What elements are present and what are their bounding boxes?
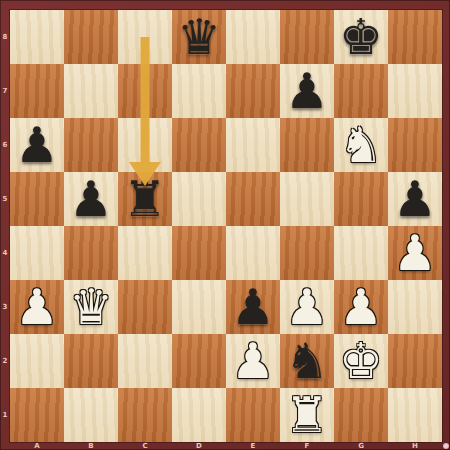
rank-label: 7 [0, 64, 10, 118]
white-rook-piece[interactable]: ♜ [280, 388, 334, 442]
white-pawn-piece[interactable]: ♟ [334, 280, 388, 334]
square-e4[interactable] [226, 226, 280, 280]
black-rook-piece[interactable]: ♜ [118, 172, 172, 226]
square-h3[interactable] [388, 280, 442, 334]
file-label: E [226, 441, 280, 450]
square-e7[interactable] [226, 64, 280, 118]
black-knight-piece[interactable]: ♞ [280, 334, 334, 388]
black-pawn-piece[interactable]: ♟ [388, 172, 442, 226]
file-label: F [280, 441, 334, 450]
file-label: B [64, 441, 118, 450]
square-f5[interactable] [280, 172, 334, 226]
rank-labels: 87654321 [0, 10, 10, 442]
rank-label: 2 [0, 334, 10, 388]
square-f2[interactable]: ♞ [280, 334, 334, 388]
square-c6[interactable] [118, 118, 172, 172]
black-king-piece[interactable]: ♚ [334, 10, 388, 64]
black-pawn-piece[interactable]: ♟ [226, 280, 280, 334]
square-d5[interactable] [172, 172, 226, 226]
white-queen-piece[interactable]: ♛ [64, 280, 118, 334]
square-d4[interactable] [172, 226, 226, 280]
black-pawn-piece[interactable]: ♟ [64, 172, 118, 226]
square-d3[interactable] [172, 280, 226, 334]
chess-board-frame: 87654321 ♛♚♟♟♞♟♜♟♟♟♛♟♟♟♟♞♚♜ ABCDEFGH [0, 0, 450, 450]
white-pawn-piece[interactable]: ♟ [280, 280, 334, 334]
square-e6[interactable] [226, 118, 280, 172]
square-g2[interactable]: ♚ [334, 334, 388, 388]
black-pawn-piece[interactable]: ♟ [10, 118, 64, 172]
square-c5[interactable]: ♜ [118, 172, 172, 226]
square-g8[interactable]: ♚ [334, 10, 388, 64]
square-f1[interactable]: ♜ [280, 388, 334, 442]
square-h7[interactable] [388, 64, 442, 118]
file-label: G [334, 441, 388, 450]
square-g7[interactable] [334, 64, 388, 118]
file-label: C [118, 441, 172, 450]
square-c2[interactable] [118, 334, 172, 388]
black-pawn-piece[interactable]: ♟ [280, 64, 334, 118]
white-pawn-piece[interactable]: ♟ [226, 334, 280, 388]
rank-label: 5 [0, 172, 10, 226]
rank-label: 8 [0, 10, 10, 64]
square-d8[interactable]: ♛ [172, 10, 226, 64]
square-e1[interactable] [226, 388, 280, 442]
resize-handle-dot[interactable] [443, 443, 449, 449]
square-b4[interactable] [64, 226, 118, 280]
square-f3[interactable]: ♟ [280, 280, 334, 334]
file-label: H [388, 441, 442, 450]
square-b6[interactable] [64, 118, 118, 172]
square-d6[interactable] [172, 118, 226, 172]
black-queen-piece[interactable]: ♛ [172, 10, 226, 64]
square-h5[interactable]: ♟ [388, 172, 442, 226]
square-h8[interactable] [388, 10, 442, 64]
square-f4[interactable] [280, 226, 334, 280]
square-c3[interactable] [118, 280, 172, 334]
square-b8[interactable] [64, 10, 118, 64]
square-f6[interactable] [280, 118, 334, 172]
chess-board[interactable]: ♛♚♟♟♞♟♜♟♟♟♛♟♟♟♟♞♚♜ [10, 10, 442, 442]
square-a7[interactable] [10, 64, 64, 118]
square-h4[interactable]: ♟ [388, 226, 442, 280]
rank-label: 6 [0, 118, 10, 172]
square-g3[interactable]: ♟ [334, 280, 388, 334]
square-c1[interactable] [118, 388, 172, 442]
white-pawn-piece[interactable]: ♟ [388, 226, 442, 280]
square-f7[interactable]: ♟ [280, 64, 334, 118]
white-king-piece[interactable]: ♚ [334, 334, 388, 388]
rank-label: 3 [0, 280, 10, 334]
file-label: D [172, 441, 226, 450]
square-c4[interactable] [118, 226, 172, 280]
square-e8[interactable] [226, 10, 280, 64]
square-e2[interactable]: ♟ [226, 334, 280, 388]
square-c8[interactable] [118, 10, 172, 64]
square-a4[interactable] [10, 226, 64, 280]
square-d1[interactable] [172, 388, 226, 442]
white-knight-piece[interactable]: ♞ [334, 118, 388, 172]
square-a8[interactable] [10, 10, 64, 64]
square-b1[interactable] [64, 388, 118, 442]
square-f8[interactable] [280, 10, 334, 64]
rank-label: 4 [0, 226, 10, 280]
square-c7[interactable] [118, 64, 172, 118]
square-b5[interactable]: ♟ [64, 172, 118, 226]
square-h6[interactable] [388, 118, 442, 172]
square-d2[interactable] [172, 334, 226, 388]
square-a6[interactable]: ♟ [10, 118, 64, 172]
square-a2[interactable] [10, 334, 64, 388]
file-labels: ABCDEFGH [10, 441, 442, 450]
square-e5[interactable] [226, 172, 280, 226]
square-b2[interactable] [64, 334, 118, 388]
square-g6[interactable]: ♞ [334, 118, 388, 172]
square-b3[interactable]: ♛ [64, 280, 118, 334]
square-g4[interactable] [334, 226, 388, 280]
white-pawn-piece[interactable]: ♟ [10, 280, 64, 334]
square-h1[interactable] [388, 388, 442, 442]
square-a3[interactable]: ♟ [10, 280, 64, 334]
rank-label: 1 [0, 388, 10, 442]
square-h2[interactable] [388, 334, 442, 388]
square-g5[interactable] [334, 172, 388, 226]
square-e3[interactable]: ♟ [226, 280, 280, 334]
file-label: A [10, 441, 64, 450]
square-g1[interactable] [334, 388, 388, 442]
square-d7[interactable] [172, 64, 226, 118]
square-b7[interactable] [64, 64, 118, 118]
square-a1[interactable] [10, 388, 64, 442]
square-a5[interactable] [10, 172, 64, 226]
